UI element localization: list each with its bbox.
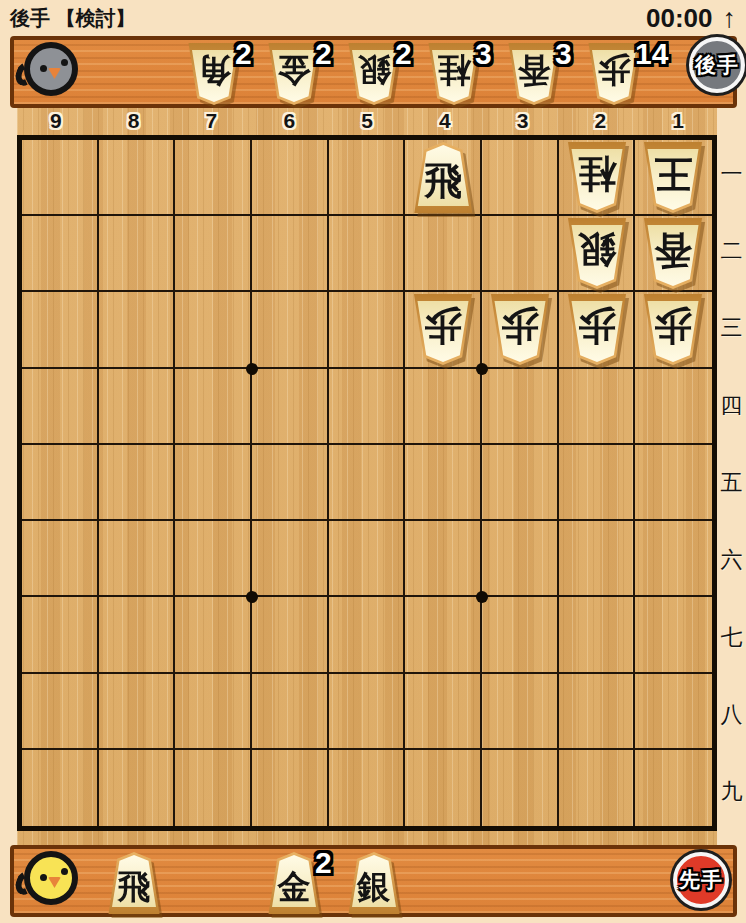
square-1-6[interactable] xyxy=(635,521,712,597)
square-6-2[interactable] xyxy=(252,216,329,292)
gote-tray: 角2金2銀2桂3香3歩14 後手 xyxy=(10,36,737,108)
chick-tuft xyxy=(12,869,37,898)
square-5-6[interactable] xyxy=(329,521,406,597)
square-1-5[interactable] xyxy=(635,445,712,521)
square-7-9[interactable] xyxy=(175,750,252,826)
square-9-8[interactable] xyxy=(22,674,99,750)
bird-beak-icon xyxy=(48,68,61,79)
board-grid: 飛桂王銀香歩歩歩歩 xyxy=(17,135,717,831)
chick-beak-icon xyxy=(48,877,61,888)
file-label-4: 4 xyxy=(406,108,484,135)
square-3-8[interactable] xyxy=(482,674,559,750)
square-9-4[interactable] xyxy=(22,369,99,445)
piece-銀-22[interactable]: 銀 xyxy=(564,218,630,289)
file-label-6: 6 xyxy=(250,108,328,135)
star-point xyxy=(246,363,258,375)
hand-slot-金[interactable]: 金2 xyxy=(265,43,331,109)
rank-label-1: 一 xyxy=(717,135,746,212)
square-4-9[interactable] xyxy=(405,750,482,826)
hand-slot-銀[interactable]: 銀 xyxy=(345,852,411,918)
chick-eye xyxy=(61,868,68,875)
square-8-3[interactable] xyxy=(99,292,176,368)
square-6-7[interactable] xyxy=(252,597,329,673)
square-6-8[interactable] xyxy=(252,674,329,750)
square-3-6[interactable] xyxy=(482,521,559,597)
square-8-2[interactable] xyxy=(99,216,176,292)
rank-label-6: 六 xyxy=(717,522,746,599)
rank-labels: 一二三四五六七八九 xyxy=(717,135,746,831)
rank-label-3: 三 xyxy=(717,290,746,367)
piece-香-12[interactable]: 香 xyxy=(640,218,706,289)
square-6-4[interactable] xyxy=(252,369,329,445)
square-8-8[interactable] xyxy=(99,674,176,750)
square-3-9[interactable] xyxy=(482,750,559,826)
file-label-9: 9 xyxy=(17,108,95,135)
square-3-5[interactable] xyxy=(482,445,559,521)
square-6-1[interactable] xyxy=(252,140,329,216)
square-5-1[interactable] xyxy=(329,140,406,216)
sente-avatar-chick xyxy=(24,851,78,905)
square-7-2[interactable] xyxy=(175,216,252,292)
square-2-9[interactable] xyxy=(559,750,636,826)
piece-kanji: 歩 xyxy=(640,294,706,365)
hand-slot-角[interactable]: 角2 xyxy=(185,43,251,109)
gote-avatar-bird xyxy=(24,42,78,96)
hand-count: 14 xyxy=(635,37,668,71)
square-3-7[interactable] xyxy=(482,597,559,673)
square-6-9[interactable] xyxy=(252,750,329,826)
square-1-9[interactable] xyxy=(635,750,712,826)
file-labels: 987654321 xyxy=(17,108,717,135)
sente-tray: 飛金2銀 先手 xyxy=(10,845,737,917)
piece-kanji: 歩 xyxy=(564,294,630,365)
turn-text: 後手 【検討】 xyxy=(10,5,136,32)
up-arrow-icon: ↑ xyxy=(723,3,737,34)
hand-slot-銀[interactable]: 銀2 xyxy=(345,43,411,109)
square-9-3[interactable] xyxy=(22,292,99,368)
piece-kanji: 歩 xyxy=(487,294,553,365)
square-1-4[interactable] xyxy=(635,369,712,445)
rank-label-5: 五 xyxy=(717,444,746,521)
square-5-8[interactable] xyxy=(329,674,406,750)
shogi-app: 後手 【検討】 00:00 ↑ 角2金2銀2桂3香3歩14 後手 9876543… xyxy=(0,0,746,923)
square-9-7[interactable] xyxy=(22,597,99,673)
square-4-8[interactable] xyxy=(405,674,482,750)
square-5-5[interactable] xyxy=(329,445,406,521)
board-panel: 987654321 飛桂王銀香歩歩歩歩 xyxy=(17,108,717,845)
square-4-4[interactable] xyxy=(405,369,482,445)
hand-slot-飛[interactable]: 飛 xyxy=(105,852,171,918)
square-1-7[interactable] xyxy=(635,597,712,673)
chick-eye xyxy=(40,874,47,881)
rank-label-9: 九 xyxy=(717,754,746,831)
rank-label-7: 七 xyxy=(717,599,746,676)
square-5-3[interactable] xyxy=(329,292,406,368)
square-1-8[interactable] xyxy=(635,674,712,750)
square-7-8[interactable] xyxy=(175,674,252,750)
piece-kanji: 桂 xyxy=(564,142,630,213)
square-8-5[interactable] xyxy=(99,445,176,521)
bird-tuft xyxy=(12,60,37,89)
square-7-5[interactable] xyxy=(175,445,252,521)
hand-count: 2 xyxy=(315,846,332,880)
clock: 00:00 ↑ xyxy=(646,3,736,34)
square-4-5[interactable] xyxy=(405,445,482,521)
file-label-3: 3 xyxy=(484,108,562,135)
rank-label-4: 四 xyxy=(717,367,746,444)
hand-count: 2 xyxy=(235,37,252,71)
square-2-8[interactable] xyxy=(559,674,636,750)
piece-kanji: 銀 xyxy=(345,852,403,914)
hand-count: 3 xyxy=(555,37,572,71)
rank-label-2: 二 xyxy=(717,212,746,289)
hand-slot-歩[interactable]: 歩14 xyxy=(585,43,651,109)
square-2-6[interactable] xyxy=(559,521,636,597)
file-label-8: 8 xyxy=(95,108,173,135)
square-9-1[interactable] xyxy=(22,140,99,216)
square-7-3[interactable] xyxy=(175,292,252,368)
hand-count: 2 xyxy=(315,37,332,71)
hand-count: 2 xyxy=(395,37,412,71)
square-7-7[interactable] xyxy=(175,597,252,673)
square-7-4[interactable] xyxy=(175,369,252,445)
piece-歩-13[interactable]: 歩 xyxy=(640,294,706,365)
piece-歩-43[interactable]: 歩 xyxy=(410,294,476,365)
square-4-7[interactable] xyxy=(405,597,482,673)
piece-kanji: 王 xyxy=(640,142,706,213)
square-8-6[interactable] xyxy=(99,521,176,597)
piece-kanji: 飛 xyxy=(410,142,476,213)
file-label-5: 5 xyxy=(328,108,406,135)
square-8-4[interactable] xyxy=(99,369,176,445)
square-9-6[interactable] xyxy=(22,521,99,597)
square-5-2[interactable] xyxy=(329,216,406,292)
hand-slot-香[interactable]: 香3 xyxy=(505,43,571,109)
bird-eye xyxy=(61,59,68,66)
square-9-5[interactable] xyxy=(22,445,99,521)
sente-badge: 先手 xyxy=(673,852,729,908)
piece-kanji: 銀 xyxy=(564,218,630,289)
square-8-7[interactable] xyxy=(99,597,176,673)
gote-badge: 後手 xyxy=(689,37,745,93)
square-9-2[interactable] xyxy=(22,216,99,292)
hand-count: 3 xyxy=(475,37,492,71)
piece-kanji: 歩 xyxy=(410,294,476,365)
square-7-6[interactable] xyxy=(175,521,252,597)
piece-飛-41[interactable]: 飛 xyxy=(410,142,476,213)
file-label-7: 7 xyxy=(173,108,251,135)
square-4-6[interactable] xyxy=(405,521,482,597)
status-bar: 後手 【検討】 00:00 ↑ xyxy=(0,0,746,36)
bird-eye xyxy=(40,65,47,72)
square-8-9[interactable] xyxy=(99,750,176,826)
square-8-1[interactable] xyxy=(99,140,176,216)
file-label-1: 1 xyxy=(639,108,717,135)
file-label-2: 2 xyxy=(561,108,639,135)
square-6-3[interactable] xyxy=(252,292,329,368)
piece-桂-21[interactable]: 桂 xyxy=(564,142,630,213)
rank-label-8: 八 xyxy=(717,676,746,753)
square-9-9[interactable] xyxy=(22,750,99,826)
square-3-2[interactable] xyxy=(482,216,559,292)
piece-王-11[interactable]: 王 xyxy=(640,142,706,213)
square-4-2[interactable] xyxy=(405,216,482,292)
piece-歩-33[interactable]: 歩 xyxy=(487,294,553,365)
square-7-1[interactable] xyxy=(175,140,252,216)
square-2-5[interactable] xyxy=(559,445,636,521)
square-5-9[interactable] xyxy=(329,750,406,826)
hand-slot-金[interactable]: 金2 xyxy=(265,852,331,918)
square-2-7[interactable] xyxy=(559,597,636,673)
square-2-4[interactable] xyxy=(559,369,636,445)
square-6-5[interactable] xyxy=(252,445,329,521)
piece-kanji: 香 xyxy=(640,218,706,289)
piece-歩-23[interactable]: 歩 xyxy=(564,294,630,365)
clock-time: 00:00 xyxy=(646,3,713,34)
hand-slot-桂[interactable]: 桂3 xyxy=(425,43,491,109)
square-6-6[interactable] xyxy=(252,521,329,597)
square-3-1[interactable] xyxy=(482,140,559,216)
piece-kanji: 飛 xyxy=(105,852,163,914)
square-5-7[interactable] xyxy=(329,597,406,673)
square-3-4[interactable] xyxy=(482,369,559,445)
square-5-4[interactable] xyxy=(329,369,406,445)
